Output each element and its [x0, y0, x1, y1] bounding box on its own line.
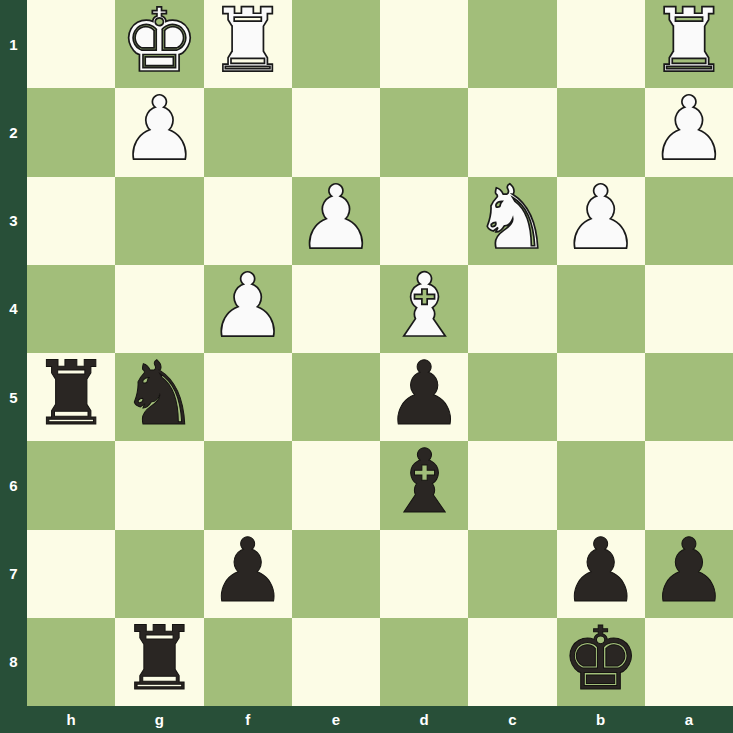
piece-black-knight: ♞	[120, 350, 199, 438]
square-c8[interactable]	[468, 618, 556, 706]
square-a6[interactable]	[645, 441, 733, 529]
rank-label-2: 2	[0, 88, 27, 176]
piece-black-pawn: ♟	[385, 350, 464, 438]
file-label-a: a	[645, 706, 733, 733]
square-e1[interactable]	[292, 0, 380, 88]
square-g6[interactable]	[115, 441, 203, 529]
rank-coordinates: 12345678	[0, 0, 27, 706]
square-g8[interactable]: ♜	[115, 618, 203, 706]
square-c2[interactable]	[468, 88, 556, 176]
rank-label-7: 7	[0, 530, 27, 618]
rank-label-5: 5	[0, 353, 27, 441]
square-g2[interactable]: ♟	[115, 88, 203, 176]
piece-white-pawn: ♟	[296, 174, 375, 262]
square-b5[interactable]	[557, 353, 645, 441]
square-g4[interactable]	[115, 265, 203, 353]
square-d1[interactable]	[380, 0, 468, 88]
square-d8[interactable]	[380, 618, 468, 706]
piece-black-pawn: ♟	[561, 527, 640, 615]
square-h3[interactable]	[27, 177, 115, 265]
square-h5[interactable]: ♜	[27, 353, 115, 441]
file-label-b: b	[557, 706, 645, 733]
square-h2[interactable]	[27, 88, 115, 176]
square-a4[interactable]	[645, 265, 733, 353]
square-c5[interactable]	[468, 353, 556, 441]
piece-black-rook: ♜	[32, 350, 111, 438]
square-b7[interactable]: ♟	[557, 530, 645, 618]
square-e7[interactable]	[292, 530, 380, 618]
square-c3[interactable]: ♞	[468, 177, 556, 265]
rank-label-4: 4	[0, 265, 27, 353]
piece-black-bishop: ♝	[385, 438, 464, 526]
square-b1[interactable]	[557, 0, 645, 88]
square-d2[interactable]	[380, 88, 468, 176]
square-a8[interactable]	[645, 618, 733, 706]
piece-black-pawn: ♟	[649, 527, 728, 615]
piece-black-pawn: ♟	[208, 527, 287, 615]
square-f6[interactable]	[204, 441, 292, 529]
square-c6[interactable]	[468, 441, 556, 529]
file-label-c: c	[468, 706, 556, 733]
rank-label-6: 6	[0, 441, 27, 529]
piece-white-pawn: ♟	[561, 174, 640, 262]
piece-black-rook: ♜	[120, 615, 199, 703]
square-d4[interactable]: ♝	[380, 265, 468, 353]
square-h8[interactable]	[27, 618, 115, 706]
square-c4[interactable]	[468, 265, 556, 353]
square-e3[interactable]: ♟	[292, 177, 380, 265]
square-b4[interactable]	[557, 265, 645, 353]
square-b6[interactable]	[557, 441, 645, 529]
square-a5[interactable]	[645, 353, 733, 441]
square-d3[interactable]	[380, 177, 468, 265]
rank-label-1: 1	[0, 0, 27, 88]
square-h1[interactable]	[27, 0, 115, 88]
square-h7[interactable]	[27, 530, 115, 618]
square-g3[interactable]	[115, 177, 203, 265]
file-label-d: d	[380, 706, 468, 733]
square-f8[interactable]	[204, 618, 292, 706]
file-label-e: e	[292, 706, 380, 733]
file-label-f: f	[204, 706, 292, 733]
square-e4[interactable]	[292, 265, 380, 353]
piece-white-pawn: ♟	[649, 85, 728, 173]
square-e8[interactable]	[292, 618, 380, 706]
square-c1[interactable]	[468, 0, 556, 88]
square-d7[interactable]	[380, 530, 468, 618]
square-g1[interactable]: ♚	[115, 0, 203, 88]
square-g5[interactable]: ♞	[115, 353, 203, 441]
piece-white-pawn: ♟	[208, 262, 287, 350]
rank-label-3: 3	[0, 177, 27, 265]
square-f5[interactable]	[204, 353, 292, 441]
piece-white-pawn: ♟	[120, 85, 199, 173]
square-a2[interactable]: ♟	[645, 88, 733, 176]
square-b2[interactable]	[557, 88, 645, 176]
square-a1[interactable]: ♜	[645, 0, 733, 88]
piece-white-rook: ♜	[208, 0, 287, 85]
square-a3[interactable]	[645, 177, 733, 265]
square-a7[interactable]: ♟	[645, 530, 733, 618]
square-d5[interactable]: ♟	[380, 353, 468, 441]
file-label-h: h	[27, 706, 115, 733]
piece-white-rook: ♜	[649, 0, 728, 85]
square-g7[interactable]	[115, 530, 203, 618]
file-coordinates: hgfedcba	[27, 706, 733, 733]
chess-board-frame: 12345678 ♚♜♜♟♟♟♞♟♟♝♜♞♟♝♟♟♟♜♚ hgfedcba	[0, 0, 733, 733]
square-f4[interactable]: ♟	[204, 265, 292, 353]
rank-label-8: 8	[0, 618, 27, 706]
square-h6[interactable]	[27, 441, 115, 529]
square-b8[interactable]: ♚	[557, 618, 645, 706]
piece-white-bishop: ♝	[385, 262, 464, 350]
square-f3[interactable]	[204, 177, 292, 265]
chess-board: ♚♜♜♟♟♟♞♟♟♝♜♞♟♝♟♟♟♜♚	[27, 0, 733, 706]
square-f1[interactable]: ♜	[204, 0, 292, 88]
square-c7[interactable]	[468, 530, 556, 618]
file-label-g: g	[115, 706, 203, 733]
square-b3[interactable]: ♟	[557, 177, 645, 265]
square-e5[interactable]	[292, 353, 380, 441]
piece-white-knight: ♞	[473, 174, 552, 262]
square-h4[interactable]	[27, 265, 115, 353]
square-d6[interactable]: ♝	[380, 441, 468, 529]
square-e6[interactable]	[292, 441, 380, 529]
piece-black-king: ♚	[561, 615, 640, 703]
square-f2[interactable]	[204, 88, 292, 176]
piece-white-king: ♚	[120, 0, 199, 85]
square-f7[interactable]: ♟	[204, 530, 292, 618]
square-e2[interactable]	[292, 88, 380, 176]
